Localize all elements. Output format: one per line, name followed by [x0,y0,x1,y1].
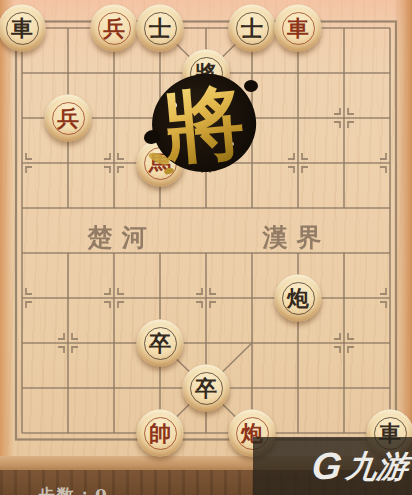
piece-red-chariot[interactable]: 車 [275,5,322,52]
watermark-brand-text: 九游 [344,451,409,482]
piece-red-soldier[interactable]: 兵 [91,5,138,52]
ink-dot [244,80,258,92]
river-label-left: 楚河 [79,221,156,254]
piece-character: 兵 [57,107,79,129]
piece-character: 車 [11,17,33,39]
step-counter-label: 步数：0 [38,484,109,495]
piece-character: 士 [149,17,171,39]
piece-character: 士 [241,17,263,39]
piece-black-cannon[interactable]: 炮 [275,275,322,322]
piece-character: 炮 [287,287,309,309]
piece-black-soldier[interactable]: 卒 [137,320,184,367]
piece-character: 車 [287,17,309,39]
piece-red-soldier[interactable]: 兵 [45,95,92,142]
piece-red-general[interactable]: 帥 [137,410,184,457]
piece-character: 卒 [195,377,217,399]
piece-character: 兵 [103,17,125,39]
piece-black-advisor[interactable]: 士 [137,5,184,52]
watermark-banner: G 九游 [253,437,412,495]
xiangqi-board-screen: 楚河 漢界 車兵士士車將兵馬炮卒卒帥炮車 將 步数：0 G 九游 [0,0,412,495]
board-left-edge [0,0,14,458]
board-right-edge [394,0,412,458]
river-label-right: 漢界 [254,221,331,254]
piece-black-soldier[interactable]: 卒 [183,365,230,412]
九游-g-logo-icon: G [310,447,344,485]
piece-black-chariot[interactable]: 車 [0,5,46,52]
piece-black-advisor[interactable]: 士 [229,5,276,52]
piece-character: 卒 [149,332,171,354]
gold-general-character: 將 [156,74,252,173]
piece-character: 帥 [149,422,171,444]
